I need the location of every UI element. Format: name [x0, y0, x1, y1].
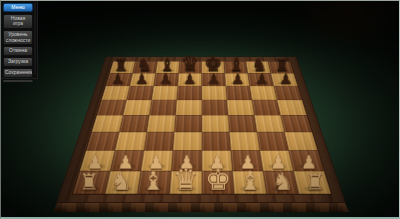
- square-d6[interactable]: [177, 86, 202, 100]
- menu-button-3[interactable]: Уровень сложности: [3, 30, 33, 45]
- square-b4[interactable]: [119, 115, 149, 132]
- square-f7[interactable]: ♟: [225, 73, 250, 86]
- square-c6[interactable]: [152, 86, 178, 100]
- square-g1[interactable]: ♞: [263, 171, 299, 194]
- square-b5[interactable]: [123, 100, 152, 115]
- square-f4[interactable]: [228, 115, 257, 132]
- square-g4[interactable]: [254, 115, 284, 132]
- piece-white-rook-a1[interactable]: ♜: [73, 161, 105, 194]
- menu-button-4[interactable]: Отмена: [3, 46, 33, 55]
- square-b7[interactable]: ♟: [130, 73, 156, 86]
- square-c4[interactable]: [147, 115, 176, 132]
- square-h1[interactable]: ♜: [294, 171, 332, 194]
- square-a4[interactable]: [92, 115, 123, 132]
- square-g5[interactable]: [252, 100, 281, 115]
- board-grid: ♜♞♝♛♚♝♞♜♟♟♟♟♟♟♟♟♟♟♟♟♟♟♟♟♜♞♝♛♚♝♞♜: [73, 61, 331, 194]
- board-front-edge: [53, 203, 349, 212]
- square-g6[interactable]: [250, 86, 277, 100]
- square-c1[interactable]: ♝: [137, 171, 171, 194]
- square-h7[interactable]: ♟: [271, 73, 298, 86]
- menu-button-1[interactable]: Меню: [3, 3, 33, 12]
- square-e5[interactable]: [202, 100, 228, 115]
- piece-white-king-e1[interactable]: ♚: [202, 161, 234, 194]
- game-menu-panel: МенюНовая играУровень сложностиОтменаЗаг…: [1, 1, 38, 79]
- square-e1[interactable]: ♚: [202, 171, 234, 194]
- square-h5[interactable]: [277, 100, 307, 115]
- square-d5[interactable]: [176, 100, 202, 115]
- menu-button-list: МенюНовая играУровень сложностиОтменаЗаг…: [3, 3, 33, 78]
- piece-white-rook-h1[interactable]: ♜: [299, 161, 331, 194]
- menu-button-6[interactable]: Сохранение: [3, 68, 33, 77]
- square-a7[interactable]: ♟: [106, 73, 133, 86]
- square-b6[interactable]: [127, 86, 154, 100]
- piece-white-queen-d1[interactable]: ♛: [170, 161, 202, 194]
- square-b1[interactable]: ♞: [105, 171, 141, 194]
- piece-white-knight-g1[interactable]: ♞: [267, 161, 299, 194]
- square-e7[interactable]: ♟: [202, 73, 226, 86]
- piece-white-bishop-f1[interactable]: ♝: [234, 161, 266, 194]
- square-g7[interactable]: ♟: [248, 73, 274, 86]
- square-e4[interactable]: [202, 115, 230, 132]
- chess-app-window: ♜♞♝♛♚♝♞♜♟♟♟♟♟♟♟♟♟♟♟♟♟♟♟♟♜♞♝♛♚♝♞♜ МенюНов…: [0, 0, 400, 219]
- square-e6[interactable]: [202, 86, 227, 100]
- square-d1[interactable]: ♛: [170, 171, 202, 194]
- square-h6[interactable]: [274, 86, 302, 100]
- square-a5[interactable]: [97, 100, 127, 115]
- square-h4[interactable]: [281, 115, 312, 132]
- piece-black-pawn-f7[interactable]: ♟: [226, 61, 250, 86]
- chess-board: ♜♞♝♛♚♝♞♜♟♟♟♟♟♟♟♟♟♟♟♟♟♟♟♟♜♞♝♛♚♝♞♜: [56, 57, 346, 203]
- menu-scrollbar[interactable]: [34, 3, 36, 75]
- square-c5[interactable]: [149, 100, 176, 115]
- square-f6[interactable]: [226, 86, 252, 100]
- square-f5[interactable]: [227, 100, 254, 115]
- menu-button-2[interactable]: Новая игра: [3, 14, 33, 29]
- square-f1[interactable]: ♝: [232, 171, 266, 194]
- piece-black-pawn-a7[interactable]: ♟: [106, 61, 130, 86]
- board-scene: ♜♞♝♛♚♝♞♜♟♟♟♟♟♟♟♟♟♟♟♟♟♟♟♟♜♞♝♛♚♝♞♜: [56, 0, 346, 203]
- piece-black-pawn-e7[interactable]: ♟: [202, 61, 226, 86]
- piece-white-bishop-c1[interactable]: ♝: [137, 161, 169, 194]
- piece-white-knight-b1[interactable]: ♞: [105, 161, 137, 194]
- menu-button-5[interactable]: Загрузка: [3, 57, 33, 66]
- square-c7[interactable]: ♟: [154, 73, 179, 86]
- square-d4[interactable]: [174, 115, 202, 132]
- piece-black-pawn-g7[interactable]: ♟: [250, 61, 274, 86]
- square-d7[interactable]: ♟: [178, 73, 202, 86]
- piece-black-pawn-d7[interactable]: ♟: [178, 61, 202, 86]
- piece-black-pawn-b7[interactable]: ♟: [130, 61, 154, 86]
- piece-black-pawn-c7[interactable]: ♟: [154, 61, 178, 86]
- save-list[interactable]: [3, 80, 33, 82]
- square-a6[interactable]: [101, 86, 129, 100]
- piece-black-pawn-h7[interactable]: ♟: [274, 61, 298, 86]
